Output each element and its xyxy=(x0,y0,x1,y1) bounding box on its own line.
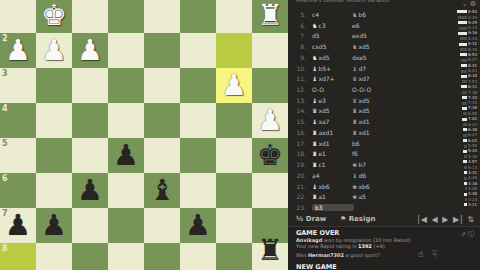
square-f5[interactable] xyxy=(72,138,108,173)
square-e8[interactable] xyxy=(108,243,144,270)
piece-icon-q: ♛ xyxy=(352,75,357,82)
square-c7[interactable]: ♟ xyxy=(180,208,216,243)
move-clocks: 9:299:14 xyxy=(443,20,477,31)
square-b1[interactable] xyxy=(216,0,252,33)
white-move[interactable]: ♝xb6 xyxy=(312,183,348,190)
black-move[interactable]: e6 xyxy=(352,22,388,29)
square-g5[interactable] xyxy=(36,138,72,173)
black-move[interactable]: ♜xd1 xyxy=(352,129,388,136)
chess-board: ♚♜2♟♟♟3♟4♟5♟♚6♟♝7♟♟♟8♜ xyxy=(0,0,288,270)
square-h7[interactable]: 7♟ xyxy=(0,208,36,243)
piece-icon-r: ♜ xyxy=(352,129,357,136)
square-a2[interactable] xyxy=(252,33,288,68)
move-clocks: 8:347:53 xyxy=(443,73,477,84)
black-move[interactable]: f6 xyxy=(352,150,388,157)
white-move[interactable]: ♜e1 xyxy=(312,150,348,157)
share-info-icons[interactable]: ⇗ ⓘ xyxy=(461,230,474,239)
white-pawn-f2[interactable]: ♟ xyxy=(72,33,108,68)
square-d6[interactable]: ♝ xyxy=(144,173,180,208)
square-f7[interactable] xyxy=(72,208,108,243)
square-h3[interactable]: 3 xyxy=(0,68,36,103)
half-icon: ½ xyxy=(296,215,303,223)
move-clocks: 8:418:03 xyxy=(443,63,477,74)
move-clocks: 6:035:58 xyxy=(443,138,477,149)
white-move[interactable]: ♜a1 xyxy=(312,193,348,200)
square-f2[interactable]: ♟ xyxy=(72,33,108,68)
move-clocks: 9:168:44 xyxy=(443,30,477,41)
square-b7[interactable] xyxy=(216,208,252,243)
rank-label-5: 5 xyxy=(2,139,8,148)
black-pawn-f6[interactable]: ♟ xyxy=(72,173,108,208)
square-b2[interactable] xyxy=(216,33,252,68)
black-move[interactable]: ♝d7 xyxy=(352,65,388,72)
square-a3[interactable] xyxy=(252,68,288,103)
piece-icon-k: ♚ xyxy=(352,161,357,168)
move-number: 14. xyxy=(294,107,306,114)
square-h4[interactable]: 4 xyxy=(0,103,36,138)
black-move[interactable]: ♚a5 xyxy=(352,193,388,200)
game-over-title: GAME OVER xyxy=(296,229,339,237)
move-number: 9. xyxy=(294,54,306,61)
square-h8[interactable]: 8 xyxy=(0,243,36,270)
piece-icon-n: ♞ xyxy=(352,43,357,50)
white-rook-a1[interactable]: ♜ xyxy=(252,0,288,33)
square-h1[interactable] xyxy=(0,0,36,33)
move-clocks: 4:314:48 xyxy=(443,170,477,181)
square-b6[interactable] xyxy=(216,173,252,208)
move-clocks: 7:366:58 xyxy=(443,105,477,116)
move-clocks: 7:026:43 xyxy=(443,116,477,127)
square-e6[interactable] xyxy=(108,173,144,208)
white-move[interactable]: ♜c1 xyxy=(312,161,348,168)
square-a4[interactable]: ♟ xyxy=(252,103,288,138)
piece-icon-r: ♜ xyxy=(312,161,317,168)
square-a6[interactable] xyxy=(252,173,288,208)
square-b3[interactable]: ♟ xyxy=(216,68,252,103)
piece-icon-k: ♚ xyxy=(352,183,357,190)
square-d1[interactable] xyxy=(144,0,180,33)
white-move[interactable]: ♝xa7 xyxy=(312,118,348,125)
rank-label-8: 8 xyxy=(2,244,8,253)
opening-name: Alekhine's Defense: Modern Variation xyxy=(296,0,456,3)
board-grid: ♚♜2♟♟♟3♟4♟5♟♚6♟♝7♟♟♟8♜ xyxy=(0,0,288,270)
piece-icon-b: ♝ xyxy=(352,172,357,179)
move-number: 21. xyxy=(294,183,306,190)
square-d5[interactable] xyxy=(144,138,180,173)
black-pawn-c7[interactable]: ♟ xyxy=(180,208,216,243)
black-king-a5[interactable]: ♚ xyxy=(252,138,288,173)
square-d7[interactable] xyxy=(144,208,180,243)
square-g8[interactable] xyxy=(36,243,72,270)
piece-icon-n: ♞ xyxy=(312,54,317,61)
black-move[interactable]: ♜xd1 xyxy=(352,118,388,125)
piece-icon-b: ♝ xyxy=(352,65,357,72)
square-d8[interactable] xyxy=(144,243,180,270)
white-move[interactable]: ♝xd7+ xyxy=(312,75,348,82)
white-king-g1[interactable]: ♚ xyxy=(36,0,72,33)
square-c6[interactable] xyxy=(180,173,216,208)
piece-icon-b: ♝ xyxy=(312,65,317,72)
square-f6[interactable]: ♟ xyxy=(72,173,108,208)
square-f1[interactable] xyxy=(72,0,108,33)
piece-icon-n: ♞ xyxy=(312,22,317,29)
black-move[interactable]: ♜xd5 xyxy=(352,107,388,114)
white-move[interactable]: ♞c3 xyxy=(312,22,348,29)
square-h5[interactable]: 5 xyxy=(0,138,36,173)
move-number: 13. xyxy=(294,97,306,104)
white-move[interactable]: cxd5 xyxy=(312,43,348,50)
square-c8[interactable] xyxy=(180,243,216,270)
black-move[interactable]: exd5 xyxy=(352,32,388,39)
rank-label-4: 4 xyxy=(2,104,8,113)
white-move[interactable]: b3 xyxy=(312,204,354,211)
piece-icon-b: ♝ xyxy=(312,183,317,190)
move-clocks: 3:483:24 xyxy=(443,191,477,202)
square-g4[interactable] xyxy=(36,103,72,138)
square-f3[interactable] xyxy=(72,68,108,103)
black-rook-a8[interactable]: ♜ xyxy=(252,233,288,268)
black-move[interactable]: ♛xd7 xyxy=(352,75,388,82)
move-clocks: 6:386:24 xyxy=(443,127,477,138)
draw-button[interactable]: ½ Draw xyxy=(296,215,326,223)
white-move[interactable]: ♜axd1 xyxy=(312,129,348,136)
white-move[interactable]: ♝e3 xyxy=(312,97,348,104)
square-e3[interactable] xyxy=(108,68,144,103)
square-d2[interactable] xyxy=(144,33,180,68)
thumb-up-icon[interactable]: ☝ xyxy=(418,249,431,259)
move-number: 19. xyxy=(294,161,306,168)
move-number: 23. xyxy=(294,204,306,211)
square-c4[interactable] xyxy=(180,103,216,138)
rank-label-3: 3 xyxy=(2,69,8,78)
square-b4[interactable] xyxy=(216,103,252,138)
square-e2[interactable] xyxy=(108,33,144,68)
square-h6[interactable]: 6 xyxy=(0,173,36,208)
square-g3[interactable] xyxy=(36,68,72,103)
black-move[interactable]: ♞b6 xyxy=(352,11,388,18)
white-move[interactable]: ♝b5+ xyxy=(312,65,348,72)
move-number: 10. xyxy=(294,65,306,72)
white-move[interactable]: d5 xyxy=(312,32,348,39)
white-pawn-g2[interactable]: ♟ xyxy=(36,33,72,68)
move-number: 5. xyxy=(294,11,306,18)
thumb-down-icon[interactable]: ☟ xyxy=(431,249,444,259)
move-clocks: 4:164:08 xyxy=(443,181,477,192)
black-pawn-h7[interactable]: ♟ xyxy=(0,208,36,243)
piece-icon-r: ♜ xyxy=(312,140,317,147)
piece-icon-q: ♛ xyxy=(312,107,317,114)
square-e7[interactable] xyxy=(108,208,144,243)
move-number: 12. xyxy=(294,86,306,93)
resign-button[interactable]: ⚑ Resign xyxy=(340,215,375,223)
move-clocks: 8:538:27 xyxy=(443,52,477,63)
white-move[interactable]: ♞xd5 xyxy=(312,54,348,61)
white-pawn-a4[interactable]: ♟ xyxy=(252,103,288,138)
black-move[interactable]: ♛xd5 xyxy=(352,97,388,104)
move-number: 6. xyxy=(294,22,306,29)
panel-settings-icons[interactable]: ⌄ ⚙ xyxy=(462,0,476,8)
piece-icon-r: ♜ xyxy=(312,129,317,136)
move-clocks: 7:437:15 xyxy=(443,95,477,106)
move-clocks: 9:549:39 xyxy=(443,9,477,20)
rank-label-6: 6 xyxy=(2,174,8,183)
white-move[interactable]: O-O xyxy=(312,86,348,93)
square-a5[interactable]: ♚ xyxy=(252,138,288,173)
white-move[interactable]: c4 xyxy=(312,11,348,18)
white-move[interactable]: a4 xyxy=(312,172,348,179)
white-pawn-b3[interactable]: ♟ xyxy=(216,68,252,103)
square-g1[interactable]: ♚ xyxy=(36,0,72,33)
square-f8[interactable] xyxy=(72,243,108,270)
piece-icon-b: ♝ xyxy=(312,97,317,104)
good-sport-question: Was Herman7302 a good sport? xyxy=(296,252,380,258)
piece-icon-r: ♜ xyxy=(312,150,317,157)
square-e5[interactable]: ♟ xyxy=(108,138,144,173)
black-bishop-d6[interactable]: ♝ xyxy=(144,173,180,208)
piece-icon-b: ♝ xyxy=(312,118,317,125)
piece-icon-b: ♝ xyxy=(312,75,317,82)
thumbs-buttons[interactable]: ☝☟ xyxy=(418,249,445,259)
move-number: 17. xyxy=(294,140,306,147)
black-move[interactable]: ♝d6 xyxy=(352,172,388,179)
white-move[interactable]: ♛xd5 xyxy=(312,107,348,114)
move-clocks: 9:128:39 xyxy=(443,41,477,52)
black-move[interactable]: ♚b7 xyxy=(352,161,388,168)
black-pawn-e5[interactable]: ♟ xyxy=(108,138,144,173)
black-move[interactable]: O-O-O xyxy=(352,86,388,93)
move-number: 20. xyxy=(294,172,306,179)
move-number: 11. xyxy=(294,75,306,82)
move-clocks: 4:575:13 xyxy=(443,159,477,170)
piece-icon-k: ♚ xyxy=(352,193,357,200)
square-a1[interactable]: ♜ xyxy=(252,0,288,33)
move-number: 18. xyxy=(294,150,306,157)
square-c3[interactable] xyxy=(180,68,216,103)
white-pawn-h2[interactable]: ♟ xyxy=(0,33,36,68)
piece-icon-r: ♜ xyxy=(352,118,357,125)
square-c5[interactable] xyxy=(180,138,216,173)
move-clocks: 8:117:38 xyxy=(443,84,477,95)
white-move[interactable]: ♜xd1 xyxy=(312,140,348,147)
black-move[interactable]: ♚xb6 xyxy=(352,183,388,190)
square-g2[interactable]: ♟ xyxy=(36,33,72,68)
square-d3[interactable] xyxy=(144,68,180,103)
square-h2[interactable]: 2♟ xyxy=(0,33,36,68)
piece-icon-q: ♛ xyxy=(352,97,357,104)
game-over-panel: GAME OVER ⇗ ⓘ Anvikagd won by resignatio… xyxy=(288,226,480,270)
flag-icon: ⚑ xyxy=(340,215,346,223)
move-number: 15. xyxy=(294,118,306,125)
piece-icon-r: ♜ xyxy=(352,107,357,114)
piece-icon-r: ♜ xyxy=(312,193,317,200)
move-nav-buttons[interactable]: |◀ ◀ ▶ ▶| ⇅ xyxy=(417,215,475,224)
square-c2[interactable] xyxy=(180,33,216,68)
piece-icon-n: ♞ xyxy=(352,11,357,18)
square-b8[interactable] xyxy=(216,243,252,270)
square-g7[interactable]: ♟ xyxy=(36,208,72,243)
square-d4[interactable] xyxy=(144,103,180,138)
move-clocks: 5:435:36 xyxy=(443,148,477,159)
square-a8[interactable]: ♜ xyxy=(252,243,288,270)
move-number: 22. xyxy=(294,193,306,200)
square-e4[interactable] xyxy=(108,103,144,138)
black-move[interactable]: ♞xd5 xyxy=(352,43,388,50)
new-game-button[interactable]: NEW GAME xyxy=(296,263,337,270)
black-pawn-g7[interactable]: ♟ xyxy=(36,208,72,243)
move-row-23: 23.b33:11 xyxy=(288,204,480,215)
move-clocks: 3:11 xyxy=(443,202,477,208)
black-move[interactable]: b6 xyxy=(352,140,388,147)
move-number: 16. xyxy=(294,129,306,136)
square-g6[interactable] xyxy=(36,173,72,208)
square-c1[interactable] xyxy=(180,0,216,33)
move-number: 8. xyxy=(294,43,306,50)
square-b5[interactable] xyxy=(216,138,252,173)
sidebar-panel: Alekhine's Defense: Modern Variation ⌄ ⚙… xyxy=(288,0,480,270)
black-move[interactable]: dxe5 xyxy=(352,54,388,61)
square-f4[interactable] xyxy=(72,103,108,138)
square-e1[interactable] xyxy=(108,0,144,33)
move-number: 7. xyxy=(294,32,306,39)
